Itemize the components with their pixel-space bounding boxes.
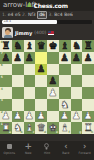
square-h6[interactable] [82,64,94,76]
piece-white-pawn[interactable]: ♟ [1,111,10,121]
square-f3[interactable]: ♞ [59,99,71,111]
square-g4[interactable] [71,87,83,99]
piece-black-queen[interactable]: ♛ [37,41,46,51]
toolbar-button-hint[interactable]: Hint [38,143,56,155]
toolbar-label: Options [4,152,16,155]
square-h5[interactable] [82,75,94,87]
move-number: 3. [48,13,52,18]
move-list: 1.e4e52.Nf3d63.Bc4Be6 [0,11,94,19]
pawn-logo-icon: ♟ [26,2,32,9]
square-f6[interactable] [59,64,71,76]
square-h8[interactable]: ♜ [82,40,94,52]
piece-white-bishop[interactable]: ♝ [25,123,34,133]
square-g3[interactable] [71,99,83,111]
square-h4[interactable] [82,87,94,99]
move-token[interactable]: Bc4 [54,13,62,18]
piece-white-knight[interactable]: ♞ [13,123,22,133]
rank-label-4: 4 [1,88,3,91]
toolbar-label: New [25,152,32,155]
square-a5[interactable]: 5 [0,75,12,87]
square-b2[interactable]: ♟ [12,111,24,123]
piece-white-rook[interactable]: ♜ [84,123,93,133]
square-d2[interactable]: ♟ [35,111,47,123]
square-b1[interactable]: b♞ [12,122,24,134]
piece-black-pawn[interactable]: ♟ [13,52,22,62]
piece-black-pawn[interactable]: ♟ [84,52,93,62]
square-f8[interactable]: ♝ [59,40,71,52]
logo-text: Chess.com [33,2,67,9]
piece-black-pawn[interactable]: ♟ [72,52,81,62]
piece-black-pawn[interactable]: ♟ [25,52,34,62]
square-e2[interactable] [47,111,59,123]
move-token[interactable]: Be6 [64,13,73,18]
piece-black-pawn[interactable]: ♟ [1,52,10,62]
square-d4[interactable] [35,87,47,99]
square-b4[interactable] [12,87,24,99]
square-g5[interactable] [71,75,83,87]
square-c1[interactable]: c♝ [24,122,36,134]
square-c3[interactable] [24,99,36,111]
piece-black-pawn[interactable]: ♟ [37,64,46,74]
square-b6[interactable] [12,64,24,76]
piece-white-pawn[interactable]: ♟ [72,111,81,121]
square-b5[interactable] [12,75,24,87]
piece-black-knight[interactable]: ♞ [72,41,81,51]
chevron-left-icon: ‹ [64,143,67,150]
square-e5[interactable]: ♟ [47,75,59,87]
square-f4[interactable] [59,87,71,99]
square-g6[interactable] [71,64,83,76]
rank-label-6: 6 [1,64,3,67]
square-e1[interactable]: e♚ [47,122,59,134]
piece-white-rook[interactable]: ♜ [1,123,10,133]
avatar-body [4,35,12,38]
piece-white-pawn[interactable]: ♟ [13,111,22,121]
spacer [0,134,94,141]
square-f1[interactable]: f♝ [59,122,71,134]
piece-white-pawn[interactable]: ♟ [37,111,46,121]
opponent-name: Jimmy [15,30,32,36]
piece-white-pawn[interactable]: ♟ [48,88,57,98]
move-token[interactable]: e4 [8,13,14,18]
top-bar: arrow-left ♟ Chess.com [0,0,94,11]
square-b7[interactable]: ♟ [12,52,24,64]
square-c8[interactable]: ♝ [24,40,36,52]
square-e7[interactable] [47,52,59,64]
move-number: 1. [2,13,6,18]
square-d5[interactable] [35,75,47,87]
move-token[interactable]: e5 [15,13,21,18]
piece-black-pawn[interactable]: ♟ [48,76,57,86]
toolbar-button-new[interactable]: +New [19,143,37,155]
square-c6[interactable] [24,64,36,76]
square-e4[interactable]: ♟ [47,87,59,99]
square-g8[interactable]: ♞ [71,40,83,52]
evaluation-bar: +0.3 [2,20,92,24]
piece-white-king[interactable]: ♚ [48,123,57,133]
rank-label-5: 5 [1,76,3,79]
square-f2[interactable]: ♟ [59,111,71,123]
square-g1[interactable]: g [71,122,83,134]
square-a8[interactable]: 8♜ [0,40,12,52]
square-a1[interactable]: 1a♜ [0,122,12,134]
square-h7[interactable]: ♟ [82,52,94,64]
chess-board[interactable]: 8♜♞♝♛♚♝♞♜7♟♟♟♟♟♟6♟5♟4♟3♞2♟♟♟♟♟♟♟1a♜b♞c♝d… [0,40,94,134]
square-b3[interactable] [12,99,24,111]
square-d1[interactable]: d♛ [35,122,47,134]
square-c2[interactable]: ♟ [24,111,36,123]
square-a2[interactable]: 2♟ [0,111,12,123]
piece-black-knight[interactable]: ♞ [13,41,22,51]
square-d6[interactable]: ♟ [35,64,47,76]
square-a7[interactable]: 7♟ [0,52,12,64]
plus-icon: + [24,143,32,150]
toolbar-button-forward[interactable]: ›Forward [76,143,94,155]
square-g7[interactable]: ♟ [71,52,83,64]
rank-label-3: 3 [1,99,3,102]
square-f7[interactable]: ♟ [59,52,71,64]
toolbar-label: Forward [79,152,91,155]
file-label-g: g [79,131,81,134]
move-number: 2. [22,13,26,18]
piece-white-knight[interactable]: ♞ [60,99,69,109]
square-a3[interactable]: 3 [0,99,12,111]
square-h1[interactable]: h♜ [82,122,94,134]
piece-white-bishop[interactable]: ♝ [60,123,69,133]
piece-white-pawn[interactable]: ♟ [25,111,34,121]
piece-black-king[interactable]: ♚ [48,41,57,51]
square-c7[interactable]: ♟ [24,52,36,64]
square-a6[interactable]: 6 [0,64,12,76]
square-f5[interactable] [59,75,71,87]
piece-black-bishop[interactable]: ♝ [25,41,34,51]
piece-black-rook[interactable]: ♜ [1,41,10,51]
square-h3[interactable] [82,99,94,111]
piece-white-pawn[interactable]: ♟ [84,111,93,121]
board-square-icon [7,143,13,150]
square-e6[interactable] [47,64,59,76]
opponent-row[interactable]: Jimmy (400) [0,25,94,40]
us-flag-icon [48,31,54,35]
chevron-right-icon: › [83,143,86,150]
square-d3[interactable] [35,99,47,111]
chesscom-logo: ♟ Chess.com [26,2,68,9]
square-g2[interactable]: ♟ [71,111,83,123]
piece-white-queen[interactable]: ♛ [37,123,46,133]
move-token-current[interactable]: d6 [37,11,47,19]
square-b8[interactable]: ♞ [12,40,24,52]
move-token[interactable]: Nf3 [28,13,36,18]
square-c5[interactable] [24,75,36,87]
square-e3[interactable] [47,99,59,111]
bottom-toolbar: Options+NewHint‹Back›Forward [0,141,94,160]
square-e8[interactable]: ♚ [47,40,59,52]
square-h2[interactable]: ♟ [82,111,94,123]
evaluation-score: +0.3 [4,20,11,23]
piece-black-bishop[interactable]: ♝ [60,41,69,51]
opponent-avatar [2,27,13,38]
lightbulb-icon [43,143,50,150]
toolbar-button-back[interactable]: ‹Back [57,143,75,155]
opponent-rating: (400) [34,30,46,35]
square-d7[interactable] [35,52,47,64]
piece-black-pawn[interactable]: ♟ [60,52,69,62]
piece-white-pawn[interactable]: ♟ [60,111,69,121]
square-a4[interactable]: 4 [0,87,12,99]
toolbar-button-options[interactable]: Options [0,143,18,155]
square-c4[interactable] [24,87,36,99]
square-d8[interactable]: ♛ [35,40,47,52]
toolbar-label: Hint [44,152,50,155]
toolbar-label: Back [62,152,69,155]
piece-black-rook[interactable]: ♜ [84,41,93,51]
